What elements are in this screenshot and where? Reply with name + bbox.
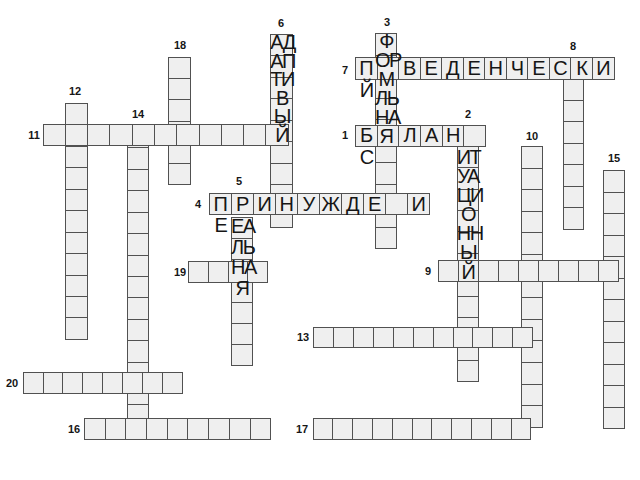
cell-14-10 (127, 319, 150, 341)
cell-15-7 (603, 299, 625, 322)
cell-20-6 (122, 372, 143, 395)
cell-20-1 (23, 372, 44, 395)
cell-7-4: Е (420, 57, 443, 80)
cell-17-8 (451, 418, 472, 440)
cell-3-10 (375, 227, 397, 250)
cell-13-4 (373, 327, 394, 349)
cell-12-10 (65, 296, 88, 318)
answer-text-2-line-2: УА (457, 167, 480, 186)
cell-15-12 (603, 407, 625, 430)
cell-15-10 (603, 364, 625, 387)
cell-8-4 (563, 121, 584, 144)
cell-15-9 (603, 342, 625, 365)
answer-text-6-line-3: ТИ (270, 70, 293, 89)
cell-11-10 (243, 124, 266, 146)
cell-19-2 (208, 261, 229, 284)
cell-14-8 (127, 276, 150, 298)
cell-15-1 (603, 170, 625, 193)
cell-4-3: И (253, 193, 276, 215)
cell-9-9 (598, 260, 619, 282)
cell-7-12: И (592, 57, 615, 80)
cell-11-3 (87, 124, 110, 146)
cell-16-3 (125, 418, 147, 440)
cell-16-5 (167, 418, 189, 440)
word-20-across (23, 372, 183, 395)
cell-16-1 (84, 418, 106, 440)
clue-number-18: 18 (174, 39, 186, 51)
cell-11-9 (221, 124, 244, 146)
cell-13-10 (492, 327, 513, 349)
cell-15-2 (603, 192, 625, 215)
cell-17-3 (352, 418, 373, 440)
answer-text-5: ЕАЛЬНАЯ (231, 216, 253, 298)
clue-number-1: 1 (342, 129, 348, 141)
word-15-down (603, 170, 625, 429)
word-17-across (313, 418, 532, 440)
cell-11-4 (109, 124, 132, 146)
crossword-board: 12141863821015511ПВЕДЕНЧЕСКИ7БЛАН1ПРИНУЖ… (0, 0, 640, 480)
answer-text-6-line-6: Й (270, 126, 293, 145)
cell-8-2 (563, 78, 584, 101)
cell-10-3 (521, 189, 543, 212)
cell-12-4 (65, 167, 88, 189)
cell-12-1 (65, 103, 88, 125)
answer-text-4-wrap-line-1: Е (209, 216, 232, 235)
cell-9-7 (558, 260, 579, 282)
cell-13-2 (333, 327, 354, 349)
answer-text-2-line-1: ИТ (457, 148, 480, 167)
cell-15-11 (603, 385, 625, 408)
cell-16-6 (187, 418, 209, 440)
cell-9-6 (538, 260, 559, 282)
cell-17-1 (313, 418, 334, 440)
cell-16-7 (208, 418, 230, 440)
cell-7-3: В (398, 57, 421, 80)
cell-12-9 (65, 275, 88, 297)
cell-4-8: Е (363, 193, 386, 215)
cell-2-9 (457, 296, 480, 318)
cell-12-7 (65, 232, 88, 254)
cell-8-8 (563, 207, 584, 230)
clue-number-12: 12 (69, 85, 81, 97)
clue-number-4: 4 (195, 198, 201, 210)
answer-text-5-line-4: Я (231, 278, 253, 299)
cell-11-7 (176, 124, 199, 146)
cell-10-11 (521, 362, 543, 385)
cell-4-2: Р (231, 193, 254, 215)
cell-17-10 (491, 418, 512, 440)
cell-3-7 (375, 162, 397, 185)
cell-18-6 (168, 163, 191, 185)
cell-7-10: С (549, 57, 572, 80)
answer-text-1-wrap: С (355, 148, 378, 167)
word-4-across: ПРИНУЖДЕИ (209, 193, 430, 215)
answer-text-1-wrap-line-1: С (355, 148, 378, 167)
answer-text-6: АДАПТИВЫЙ (270, 33, 293, 145)
clue-number-14: 14 (132, 108, 144, 120)
word-10-down (521, 146, 543, 428)
cell-16-8 (229, 418, 251, 440)
cell-10-4 (521, 211, 543, 234)
cell-4-9 (385, 193, 408, 215)
cell-10-2 (521, 168, 543, 191)
cell-13-11 (512, 327, 533, 349)
cell-17-9 (471, 418, 492, 440)
cell-5-6 (231, 323, 253, 345)
answer-text-4-wrap: Е (209, 216, 232, 235)
clue-number-8: 8 (570, 40, 576, 52)
cell-1-6 (463, 125, 486, 147)
cell-15-4 (603, 235, 625, 258)
cell-16-4 (146, 418, 168, 440)
cell-12-8 (65, 253, 88, 275)
cell-15-3 (603, 213, 625, 236)
cell-20-2 (43, 372, 64, 395)
cell-13-9 (472, 327, 493, 349)
cell-14-6 (127, 233, 150, 255)
cell-5-7 (231, 344, 253, 366)
clue-number-5: 5 (236, 175, 242, 187)
cell-4-10: И (407, 193, 430, 215)
cell-9-8 (578, 260, 599, 282)
cell-5-5 (231, 302, 253, 324)
word-8-down (563, 57, 584, 230)
cell-7-11: К (570, 57, 593, 80)
cell-7-8: Ч (506, 57, 529, 80)
cell-18-1 (168, 57, 191, 79)
cell-20-8 (162, 372, 183, 395)
word-19-across (188, 261, 268, 284)
clue-number-13: 13 (297, 331, 309, 343)
cell-8-3 (563, 100, 584, 123)
cell-14-9 (127, 297, 150, 319)
cell-17-6 (412, 418, 433, 440)
cell-10-12 (521, 384, 543, 407)
clue-number-19: 19 (174, 266, 186, 278)
clue-number-6: 6 (278, 17, 284, 29)
word-11-across (43, 124, 289, 146)
cell-4-5: У (297, 193, 320, 215)
cell-13-1 (313, 327, 334, 349)
clue-number-15: 15 (608, 152, 620, 164)
answer-text-3-line-1: Ф (375, 32, 397, 51)
cell-4-1: П (209, 193, 232, 215)
cell-9-5 (518, 260, 539, 282)
cell-11-6 (154, 124, 177, 146)
cell-10-5 (521, 232, 543, 255)
answer-text-7-wrap-line-1: Й (355, 81, 378, 100)
answer-text-2-line-6: Ы (457, 243, 480, 262)
cell-11-8 (199, 124, 222, 146)
cell-9-4 (498, 260, 519, 282)
cell-17-7 (431, 418, 452, 440)
clue-number-9: 9 (425, 265, 431, 277)
cell-12-3 (65, 146, 88, 168)
cell-9-3 (478, 260, 499, 282)
clue-number-3: 3 (384, 16, 390, 28)
cell-20-4 (82, 372, 103, 395)
cell-19-1 (188, 261, 209, 284)
cell-12-6 (65, 210, 88, 232)
clue-number-16: 16 (68, 423, 80, 435)
cell-11-5 (132, 124, 155, 146)
cell-14-2 (127, 147, 150, 169)
cell-2-12 (457, 360, 480, 382)
cell-4-7: Д (341, 193, 364, 215)
cell-18-3 (168, 99, 191, 121)
cell-7-9: Е (527, 57, 550, 80)
cell-12-11 (65, 317, 88, 339)
answer-text-3: ФОРМЛЬНАЯ (375, 32, 397, 147)
cell-13-8 (453, 327, 474, 349)
answer-text-5-line-2: ЛЬ (231, 237, 253, 258)
cell-4-4: Н (275, 193, 298, 215)
word-13-across (313, 327, 533, 349)
cell-13-7 (433, 327, 454, 349)
cell-4-6: Ж (319, 193, 342, 215)
cell-7-6: Е (463, 57, 486, 80)
cell-15-8 (603, 321, 625, 344)
cell-11-1 (43, 124, 66, 146)
word-18-down (168, 57, 191, 185)
clue-number-17: 17 (296, 423, 308, 435)
cell-7-5: Д (441, 57, 464, 80)
cell-14-7 (127, 255, 150, 277)
answer-text-3-line-2: ОР (375, 51, 397, 70)
cell-8-5 (563, 143, 584, 166)
cell-16-9 (250, 418, 272, 440)
clue-number-11: 11 (28, 129, 40, 141)
cell-17-4 (372, 418, 393, 440)
cell-13-6 (413, 327, 434, 349)
cell-14-11 (127, 340, 150, 362)
clue-number-20: 20 (6, 377, 18, 389)
cell-10-1 (521, 146, 543, 169)
answer-text-2: ИТУАЦИОННЫЙ (457, 148, 480, 282)
cell-6-7 (270, 163, 293, 186)
cell-20-7 (142, 372, 163, 395)
cell-16-2 (105, 418, 127, 440)
cell-20-3 (62, 372, 83, 395)
cell-8-6 (563, 164, 584, 187)
cell-14-5 (127, 212, 150, 234)
cell-7-7: Н (484, 57, 507, 80)
word-16-across (84, 418, 271, 440)
cell-10-8 (521, 297, 543, 320)
cell-14-3 (127, 169, 150, 191)
answer-text-5-line-1: ЕА (231, 216, 253, 237)
cell-1-4: А (420, 125, 443, 147)
cell-18-2 (168, 78, 191, 100)
cell-14-4 (127, 190, 150, 212)
cell-8-7 (563, 186, 584, 209)
cell-17-2 (332, 418, 353, 440)
cell-11-2 (65, 124, 88, 146)
cell-12-5 (65, 189, 88, 211)
cell-20-5 (102, 372, 123, 395)
cell-1-3: Л (398, 125, 421, 147)
cell-17-5 (392, 418, 413, 440)
clue-number-10: 10 (526, 130, 538, 142)
cell-1-5: Н (442, 125, 465, 147)
answer-text-7-wrap: Й (355, 81, 378, 100)
cell-13-5 (393, 327, 414, 349)
clue-number-7: 7 (342, 64, 348, 76)
cell-13-3 (353, 327, 374, 349)
cell-17-11 (511, 418, 532, 440)
answer-text-5-line-3: НА (231, 257, 253, 278)
answer-text-3-line-6: Я (375, 127, 397, 146)
clue-number-2: 2 (465, 108, 471, 120)
answer-text-2-line-7: Й (457, 263, 480, 282)
answer-text-6-line-1: АД (270, 33, 293, 52)
